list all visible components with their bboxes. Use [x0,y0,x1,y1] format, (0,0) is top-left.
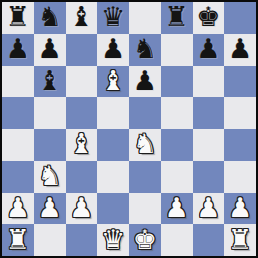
square-e5[interactable] [129,97,161,129]
square-f2[interactable]: ♟ [161,193,193,225]
square-b4[interactable] [34,129,66,161]
square-g7[interactable]: ♟ [193,34,225,66]
square-a6[interactable] [2,66,34,98]
square-g1[interactable] [193,224,225,256]
square-f4[interactable] [161,129,193,161]
white-queen-icon[interactable]: ♛ [101,226,125,253]
square-e6[interactable]: ♟ [129,66,161,98]
square-a8[interactable]: ♜ [2,2,34,34]
square-h6[interactable] [224,66,256,98]
square-h1[interactable]: ♜ [224,224,256,256]
square-e3[interactable] [129,161,161,193]
square-d8[interactable]: ♛ [97,2,129,34]
square-h2[interactable]: ♟ [224,193,256,225]
black-rook-icon[interactable]: ♜ [165,3,189,30]
black-pawn-icon[interactable]: ♟ [6,35,30,62]
white-pawn-icon[interactable]: ♟ [196,194,220,221]
black-pawn-icon[interactable]: ♟ [196,35,220,62]
square-b2[interactable]: ♟ [34,193,66,225]
square-g5[interactable] [193,97,225,129]
square-d6[interactable]: ♝ [97,66,129,98]
square-b3[interactable]: ♞ [34,161,66,193]
white-rook-icon[interactable]: ♜ [228,226,252,253]
white-king-icon[interactable]: ♚ [133,226,157,253]
square-a4[interactable] [2,129,34,161]
square-f1[interactable] [161,224,193,256]
white-pawn-icon[interactable]: ♟ [38,194,62,221]
black-knight-icon[interactable]: ♞ [133,35,157,62]
square-c5[interactable] [66,97,98,129]
square-c2[interactable]: ♟ [66,193,98,225]
white-rook-icon[interactable]: ♜ [6,226,30,253]
black-queen-icon[interactable]: ♛ [101,3,125,30]
square-f7[interactable] [161,34,193,66]
square-a7[interactable]: ♟ [2,34,34,66]
white-knight-icon[interactable]: ♞ [38,162,62,189]
square-h5[interactable] [224,97,256,129]
black-pawn-icon[interactable]: ♟ [101,35,125,62]
square-e1[interactable]: ♚ [129,224,161,256]
square-b1[interactable] [34,224,66,256]
square-c1[interactable] [66,224,98,256]
square-g3[interactable] [193,161,225,193]
white-knight-icon[interactable]: ♞ [133,130,157,157]
white-bishop-icon[interactable]: ♝ [69,130,93,157]
square-d4[interactable] [97,129,129,161]
square-a3[interactable] [2,161,34,193]
square-g6[interactable] [193,66,225,98]
square-c3[interactable] [66,161,98,193]
black-bishop-icon[interactable]: ♝ [38,67,62,94]
chess-board-frame: ♜♞♝♛♜♚♟♟♟♞♟♟♝♝♟♝♞♞♟♟♟♟♟♟♜♛♚♜ [0,0,258,258]
square-h3[interactable] [224,161,256,193]
square-f5[interactable] [161,97,193,129]
square-d5[interactable] [97,97,129,129]
square-c8[interactable]: ♝ [66,2,98,34]
square-c7[interactable] [66,34,98,66]
square-f6[interactable] [161,66,193,98]
square-f8[interactable]: ♜ [161,2,193,34]
square-b8[interactable]: ♞ [34,2,66,34]
square-h4[interactable] [224,129,256,161]
white-pawn-icon[interactable]: ♟ [6,194,30,221]
black-pawn-icon[interactable]: ♟ [228,35,252,62]
square-h8[interactable] [224,2,256,34]
white-pawn-icon[interactable]: ♟ [165,194,189,221]
square-c4[interactable]: ♝ [66,129,98,161]
square-e7[interactable]: ♞ [129,34,161,66]
white-bishop-icon[interactable]: ♝ [101,67,125,94]
chess-board: ♜♞♝♛♜♚♟♟♟♞♟♟♝♝♟♝♞♞♟♟♟♟♟♟♜♛♚♜ [2,2,256,256]
square-a5[interactable] [2,97,34,129]
square-e4[interactable]: ♞ [129,129,161,161]
square-a2[interactable]: ♟ [2,193,34,225]
white-pawn-icon[interactable]: ♟ [69,194,93,221]
black-pawn-icon[interactable]: ♟ [133,67,157,94]
square-e2[interactable] [129,193,161,225]
square-h7[interactable]: ♟ [224,34,256,66]
square-a1[interactable]: ♜ [2,224,34,256]
black-king-icon[interactable]: ♚ [196,3,220,30]
square-b6[interactable]: ♝ [34,66,66,98]
white-pawn-icon[interactable]: ♟ [228,194,252,221]
square-d2[interactable] [97,193,129,225]
square-f3[interactable] [161,161,193,193]
black-bishop-icon[interactable]: ♝ [69,3,93,30]
square-b7[interactable]: ♟ [34,34,66,66]
square-e8[interactable] [129,2,161,34]
black-pawn-icon[interactable]: ♟ [38,35,62,62]
black-knight-icon[interactable]: ♞ [38,3,62,30]
square-d7[interactable]: ♟ [97,34,129,66]
square-d1[interactable]: ♛ [97,224,129,256]
square-g2[interactable]: ♟ [193,193,225,225]
square-g4[interactable] [193,129,225,161]
square-b5[interactable] [34,97,66,129]
black-rook-icon[interactable]: ♜ [6,3,30,30]
square-c6[interactable] [66,66,98,98]
square-d3[interactable] [97,161,129,193]
square-g8[interactable]: ♚ [193,2,225,34]
